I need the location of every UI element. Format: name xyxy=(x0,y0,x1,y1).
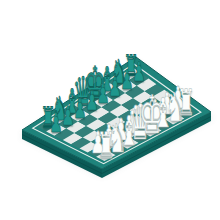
piece-contact-shadow xyxy=(86,108,97,111)
piece-contact-shadow xyxy=(100,88,114,92)
white-pawn: ♟ xyxy=(171,83,186,113)
teal-pawn: ♟ xyxy=(132,59,145,86)
piece-contact-shadow xyxy=(62,123,73,126)
piece-contact-shadow xyxy=(155,124,172,129)
white-pawn: ♟ xyxy=(159,90,174,120)
white-queen: ♛ xyxy=(128,98,153,147)
piece-contact-shadow xyxy=(112,81,126,85)
teal-pawn: ♟ xyxy=(73,95,86,122)
white-king: ♚ xyxy=(139,89,165,142)
teal-queen: ♛ xyxy=(73,71,94,112)
piece-contact-shadow xyxy=(109,149,126,154)
teal-king: ♚ xyxy=(84,61,106,105)
teal-bishop: ♝ xyxy=(99,62,116,96)
white-pawn: ♟ xyxy=(136,103,151,133)
piece-contact-shadow xyxy=(53,118,67,122)
white-bishop: ♝ xyxy=(119,111,139,152)
piece-contact-shadow xyxy=(42,125,55,129)
white-knight: ♞ xyxy=(108,118,128,158)
piece-contact-shadow xyxy=(172,107,185,111)
piece-contact-shadow xyxy=(166,118,183,123)
piece-contact-shadow xyxy=(137,126,150,130)
piece-contact-shadow xyxy=(126,132,139,136)
piece-contact-shadow xyxy=(98,155,113,160)
teal-knight: ♞ xyxy=(111,56,128,89)
teal-pawn: ♟ xyxy=(108,73,121,100)
piece-contact-shadow xyxy=(98,101,109,104)
piece-contact-shadow xyxy=(51,130,62,133)
piece-contact-shadow xyxy=(160,113,173,117)
teal-pawn: ♟ xyxy=(97,81,110,108)
piece-contact-shadow xyxy=(130,136,151,142)
piece-contact-shadow xyxy=(103,145,116,149)
white-pawn: ♟ xyxy=(125,109,140,139)
piece-contact-shadow xyxy=(114,138,127,142)
piece-contact-shadow xyxy=(86,95,104,101)
piece-contact-shadow xyxy=(125,73,138,77)
white-rook: ♜ xyxy=(177,84,195,120)
white-pawn: ♟ xyxy=(90,128,105,158)
white-pawn: ♟ xyxy=(148,96,163,126)
white-pawn: ♟ xyxy=(113,115,128,145)
white-bishop: ♝ xyxy=(153,93,173,134)
piece-contact-shadow xyxy=(133,79,144,82)
teal-pawn: ♟ xyxy=(61,102,74,129)
teal-pawn: ♟ xyxy=(85,88,98,115)
piece-contact-shadow xyxy=(149,119,162,123)
piece-contact-shadow xyxy=(74,115,85,118)
piece-contact-shadow xyxy=(75,102,92,107)
white-rook: ♜ xyxy=(97,128,115,164)
teal-bishop: ♝ xyxy=(63,84,80,118)
piece-contact-shadow xyxy=(64,110,78,114)
teal-rook: ♜ xyxy=(123,51,138,81)
teal-knight: ♞ xyxy=(52,93,69,126)
white-pawn: ♟ xyxy=(102,122,117,152)
teal-rook: ♜ xyxy=(40,103,55,133)
piece-contact-shadow xyxy=(179,112,194,117)
piece-contact-shadow xyxy=(121,86,132,89)
piece-contact-shadow xyxy=(110,94,121,97)
chess-set-product-photo: ♜♞♝♛♚♝♞♜♟♟♟♟♟♟♟♟♟♟♟♟♟♟♟♟♜♞♝♛♚♝♞♜ xyxy=(0,0,220,220)
teal-pawn: ♟ xyxy=(50,110,63,137)
teal-pawn: ♟ xyxy=(120,66,133,93)
piece-contact-shadow xyxy=(91,151,104,155)
pieces-layer: ♜♞♝♛♚♝♞♜♟♟♟♟♟♟♟♟♟♟♟♟♟♟♟♟♜♞♝♛♚♝♞♜ xyxy=(0,0,220,220)
piece-contact-shadow xyxy=(120,142,137,147)
white-knight: ♞ xyxy=(165,88,185,128)
piece-contact-shadow xyxy=(141,129,163,136)
